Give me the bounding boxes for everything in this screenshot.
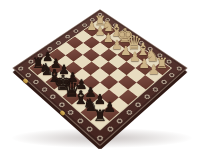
photo-scene: ♜♞♟♝♟♚♟♛♟♝♟♞♟♟♜♟♟♜♟♟♞♟♝♟♚♟♛♟♝♟♞♜ (0, 0, 200, 149)
border-ornament (77, 117, 85, 124)
border-ornament (168, 72, 175, 78)
border-ornament (67, 109, 75, 115)
piece-white-pawn[interactable]: ♟ (148, 64, 160, 77)
piece-black-rook[interactable]: ♜ (93, 108, 107, 124)
border-ornament (41, 86, 48, 92)
border-ornament (125, 109, 133, 115)
border-ornament (143, 94, 150, 100)
border-ornament (25, 72, 32, 78)
border-ornament (58, 101, 66, 107)
border-ornament (152, 86, 159, 92)
border-ornament (17, 65, 24, 70)
border-ornament (160, 79, 167, 85)
border-ornament (176, 65, 183, 70)
border-ornament (134, 101, 142, 107)
border-ornament (96, 134, 104, 141)
border-ornament (86, 126, 94, 133)
border-ornament (106, 126, 114, 133)
border-ornament (33, 79, 40, 85)
border-ornament (116, 117, 124, 124)
